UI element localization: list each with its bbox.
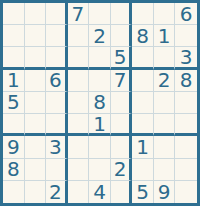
cell-r2c4[interactable] xyxy=(68,25,90,47)
cell-r3c5[interactable] xyxy=(89,47,111,69)
cell-r2c1[interactable] xyxy=(3,25,25,47)
cell-r7c6[interactable] xyxy=(111,136,133,158)
cell-r5c5[interactable]: 8 xyxy=(89,92,111,114)
cell-r1c8[interactable] xyxy=(154,3,176,25)
cell-r9c3[interactable]: 2 xyxy=(46,181,68,203)
cell-r9c5[interactable]: 4 xyxy=(89,181,111,203)
cell-r1c7[interactable] xyxy=(132,3,154,25)
cell-r6c4[interactable] xyxy=(68,114,90,136)
cell-r9c6[interactable] xyxy=(111,181,133,203)
cell-r8c4[interactable] xyxy=(68,159,90,181)
cell-r5c6[interactable] xyxy=(111,92,133,114)
cell-r1c5[interactable] xyxy=(89,3,111,25)
cell-r3c2[interactable] xyxy=(25,47,47,69)
cell-r5c3[interactable] xyxy=(46,92,68,114)
cell-r1c2[interactable] xyxy=(25,3,47,25)
cell-r4c3[interactable]: 6 xyxy=(46,70,68,92)
cell-r2c5[interactable]: 2 xyxy=(89,25,111,47)
cell-r7c4[interactable] xyxy=(68,136,90,158)
cell-r9c2[interactable] xyxy=(25,181,47,203)
cell-r8c8[interactable] xyxy=(154,159,176,181)
cell-r3c7[interactable] xyxy=(132,47,154,69)
cell-r6c9[interactable] xyxy=(175,114,197,136)
sudoku-board: 762815316728581931822459 xyxy=(0,0,200,206)
cell-r8c9[interactable] xyxy=(175,159,197,181)
cell-r4c4[interactable] xyxy=(68,70,90,92)
cell-r6c1[interactable] xyxy=(3,114,25,136)
cell-r7c5[interactable] xyxy=(89,136,111,158)
cell-r2c8[interactable]: 1 xyxy=(154,25,176,47)
cell-r4c1[interactable]: 1 xyxy=(3,70,25,92)
cell-r5c1[interactable]: 5 xyxy=(3,92,25,114)
cell-r8c5[interactable] xyxy=(89,159,111,181)
cell-r6c7[interactable] xyxy=(132,114,154,136)
cell-r9c4[interactable] xyxy=(68,181,90,203)
cell-r7c7[interactable]: 1 xyxy=(132,136,154,158)
cell-r9c7[interactable]: 5 xyxy=(132,181,154,203)
cell-r6c6[interactable] xyxy=(111,114,133,136)
cell-r4c2[interactable] xyxy=(25,70,47,92)
cell-r3c4[interactable] xyxy=(68,47,90,69)
cell-r2c7[interactable]: 8 xyxy=(132,25,154,47)
cell-r7c1[interactable]: 9 xyxy=(3,136,25,158)
cell-r7c2[interactable] xyxy=(25,136,47,158)
cell-r8c6[interactable]: 2 xyxy=(111,159,133,181)
cell-r7c8[interactable] xyxy=(154,136,176,158)
cell-r8c1[interactable]: 8 xyxy=(3,159,25,181)
cell-r3c8[interactable] xyxy=(154,47,176,69)
cell-r3c1[interactable] xyxy=(3,47,25,69)
cell-r1c1[interactable] xyxy=(3,3,25,25)
cell-r1c9[interactable]: 6 xyxy=(175,3,197,25)
cell-r1c3[interactable] xyxy=(46,3,68,25)
cell-r5c9[interactable] xyxy=(175,92,197,114)
cell-r3c3[interactable] xyxy=(46,47,68,69)
cell-r6c3[interactable] xyxy=(46,114,68,136)
cell-r8c2[interactable] xyxy=(25,159,47,181)
cell-r5c4[interactable] xyxy=(68,92,90,114)
cell-r6c8[interactable] xyxy=(154,114,176,136)
cell-r2c6[interactable] xyxy=(111,25,133,47)
cell-r4c7[interactable] xyxy=(132,70,154,92)
cell-r9c9[interactable] xyxy=(175,181,197,203)
cell-r7c3[interactable]: 3 xyxy=(46,136,68,158)
cell-r2c9[interactable] xyxy=(175,25,197,47)
cell-r4c9[interactable]: 8 xyxy=(175,70,197,92)
cell-r3c6[interactable]: 5 xyxy=(111,47,133,69)
cell-r9c1[interactable] xyxy=(3,181,25,203)
cell-r7c9[interactable] xyxy=(175,136,197,158)
cell-r1c6[interactable] xyxy=(111,3,133,25)
cell-r4c5[interactable] xyxy=(89,70,111,92)
cell-r5c8[interactable] xyxy=(154,92,176,114)
cell-r9c8[interactable]: 9 xyxy=(154,181,176,203)
cell-r6c2[interactable] xyxy=(25,114,47,136)
cell-r3c9[interactable]: 3 xyxy=(175,47,197,69)
cell-r5c2[interactable] xyxy=(25,92,47,114)
cell-r6c5[interactable]: 1 xyxy=(89,114,111,136)
cell-r2c3[interactable] xyxy=(46,25,68,47)
cell-r8c7[interactable] xyxy=(132,159,154,181)
cell-r1c4[interactable]: 7 xyxy=(68,3,90,25)
cell-r8c3[interactable] xyxy=(46,159,68,181)
cell-r4c6[interactable]: 7 xyxy=(111,70,133,92)
cell-r5c7[interactable] xyxy=(132,92,154,114)
cell-r2c2[interactable] xyxy=(25,25,47,47)
cell-r4c8[interactable]: 2 xyxy=(154,70,176,92)
